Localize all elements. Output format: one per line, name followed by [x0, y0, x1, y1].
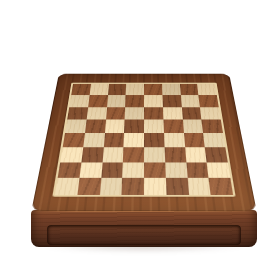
- square-a4[interactable]: [63, 133, 85, 147]
- square-h1[interactable]: [209, 178, 233, 195]
- square-d6[interactable]: [125, 107, 144, 120]
- square-g4[interactable]: [184, 133, 205, 147]
- square-f2[interactable]: [165, 162, 187, 178]
- square-c3[interactable]: [102, 147, 124, 162]
- square-b2[interactable]: [79, 162, 102, 178]
- square-b7[interactable]: [88, 95, 108, 107]
- product-photo: [0, 0, 280, 280]
- square-f7[interactable]: [162, 95, 181, 107]
- square-g1[interactable]: [187, 178, 211, 195]
- square-h8[interactable]: [197, 84, 217, 95]
- square-c1[interactable]: [99, 178, 122, 195]
- square-h6[interactable]: [200, 107, 221, 120]
- square-e4[interactable]: [144, 133, 164, 147]
- square-d4[interactable]: [124, 133, 144, 147]
- square-h3[interactable]: [205, 147, 228, 162]
- square-e6[interactable]: [144, 107, 163, 120]
- square-g3[interactable]: [185, 147, 207, 162]
- square-e1[interactable]: [144, 178, 166, 195]
- drawer-front-panel: [47, 225, 241, 245]
- chess-board: [55, 84, 233, 195]
- board-top-face: [31, 74, 256, 211]
- square-d5[interactable]: [124, 120, 144, 133]
- square-a1[interactable]: [55, 178, 79, 195]
- square-a7[interactable]: [69, 95, 89, 107]
- square-g5[interactable]: [182, 120, 203, 133]
- square-b6[interactable]: [86, 107, 106, 120]
- square-d8[interactable]: [126, 84, 144, 95]
- square-a3[interactable]: [60, 147, 83, 162]
- square-b8[interactable]: [89, 84, 108, 95]
- square-d7[interactable]: [125, 95, 144, 107]
- square-d3[interactable]: [123, 147, 144, 162]
- square-g2[interactable]: [186, 162, 209, 178]
- square-h7[interactable]: [199, 95, 219, 107]
- square-b1[interactable]: [77, 178, 101, 195]
- square-c6[interactable]: [106, 107, 126, 120]
- square-b4[interactable]: [83, 133, 104, 147]
- square-b5[interactable]: [85, 120, 106, 133]
- square-a2[interactable]: [58, 162, 82, 178]
- square-a6[interactable]: [67, 107, 88, 120]
- square-a8[interactable]: [71, 84, 91, 95]
- square-b3[interactable]: [81, 147, 103, 162]
- square-c7[interactable]: [107, 95, 126, 107]
- square-e7[interactable]: [144, 95, 163, 107]
- square-h2[interactable]: [207, 162, 231, 178]
- square-f1[interactable]: [166, 178, 189, 195]
- square-d2[interactable]: [122, 162, 144, 178]
- square-c5[interactable]: [105, 120, 125, 133]
- square-e2[interactable]: [144, 162, 166, 178]
- square-c4[interactable]: [103, 133, 124, 147]
- square-f8[interactable]: [162, 84, 181, 95]
- square-c8[interactable]: [108, 84, 127, 95]
- square-f6[interactable]: [163, 107, 183, 120]
- square-g6[interactable]: [181, 107, 201, 120]
- square-d1[interactable]: [122, 178, 144, 195]
- square-g7[interactable]: [180, 95, 200, 107]
- square-f4[interactable]: [164, 133, 185, 147]
- board-frame: [31, 74, 256, 211]
- box-front-face: [31, 210, 257, 247]
- square-a5[interactable]: [65, 120, 86, 133]
- square-e8[interactable]: [144, 84, 162, 95]
- square-c2[interactable]: [101, 162, 123, 178]
- square-h5[interactable]: [202, 120, 223, 133]
- square-f3[interactable]: [164, 147, 186, 162]
- square-h4[interactable]: [203, 133, 225, 147]
- square-e3[interactable]: [144, 147, 165, 162]
- square-e5[interactable]: [144, 120, 164, 133]
- maple-border-strip: [52, 83, 235, 197]
- square-f5[interactable]: [163, 120, 183, 133]
- square-g8[interactable]: [179, 84, 198, 95]
